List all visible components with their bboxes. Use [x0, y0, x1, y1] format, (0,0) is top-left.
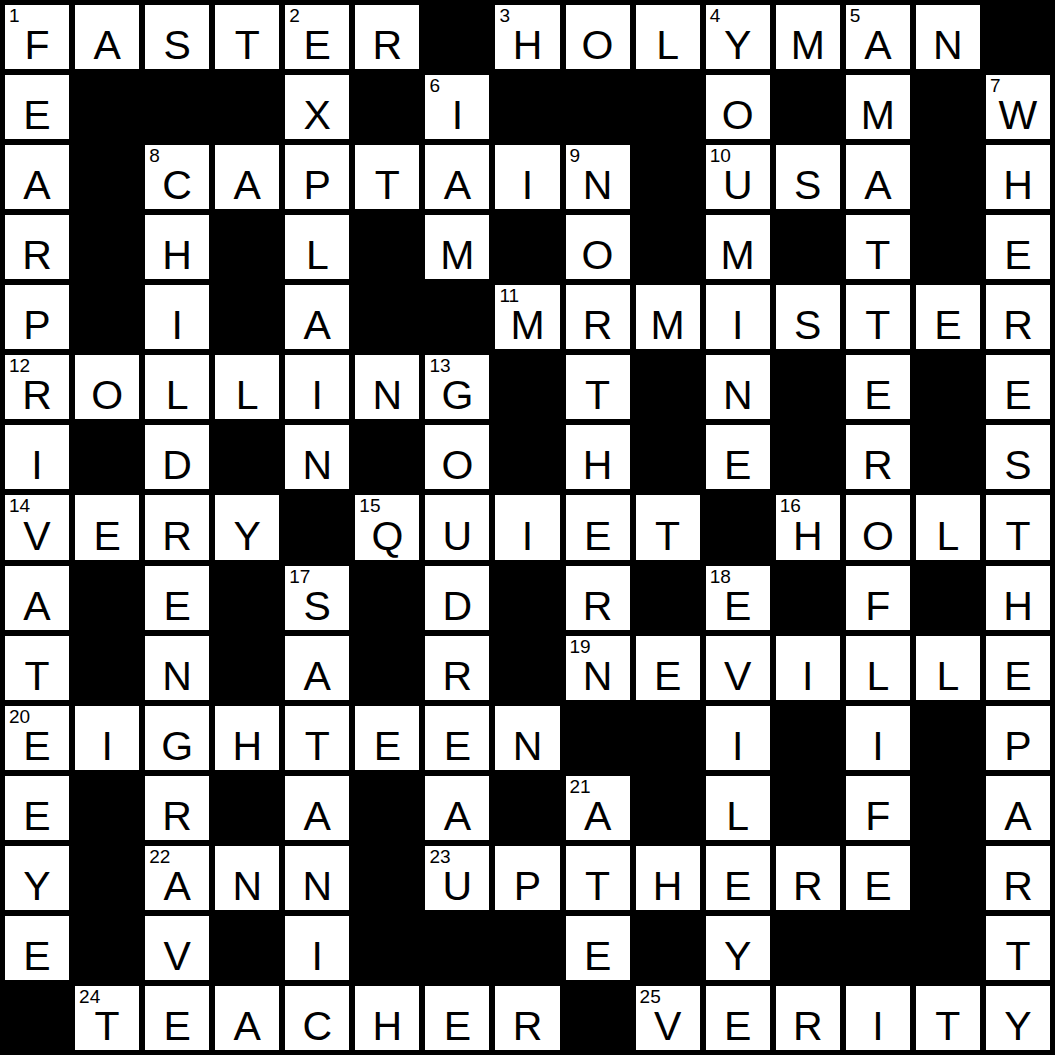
cell-letter: M	[706, 235, 770, 276]
cell-letter: A	[145, 866, 209, 907]
cell-r2c15[interactable]: 7W	[983, 72, 1053, 142]
cell-r10c5[interactable]: A	[282, 633, 352, 703]
cell-r1c4[interactable]: T	[212, 2, 282, 72]
cell-letter: E	[986, 235, 1050, 276]
cell-r6c4[interactable]: L	[212, 352, 282, 422]
cell-letter: R	[145, 516, 209, 557]
cell-r15c12[interactable]: R	[773, 983, 843, 1053]
cell-r12c8	[492, 773, 562, 843]
cell-r11c7[interactable]: E	[422, 703, 492, 773]
cell-r12c2	[72, 773, 142, 843]
cell-r1c3[interactable]: S	[142, 2, 212, 72]
cell-r12c13[interactable]: F	[843, 773, 913, 843]
cell-letter: I	[285, 375, 349, 416]
cell-r6c9[interactable]: T	[563, 352, 633, 422]
cell-r11c15[interactable]: P	[983, 703, 1053, 773]
cell-r9c11[interactable]: 18E	[703, 563, 773, 633]
cell-r3c2	[72, 142, 142, 212]
cell-r5c6	[352, 282, 422, 352]
cell-r15c6[interactable]: H	[352, 983, 422, 1053]
cell-letter: D	[425, 586, 489, 627]
clue-number: 3	[499, 6, 510, 27]
cell-letter: A	[846, 165, 910, 206]
cell-r8c2[interactable]: E	[72, 492, 142, 562]
cell-letter: S	[986, 445, 1050, 486]
cell-letter: A	[5, 586, 69, 627]
clue-number: 6	[429, 76, 440, 97]
cell-r10c9[interactable]: 19N	[563, 633, 633, 703]
cell-letter: H	[355, 1006, 419, 1047]
cell-r4c13[interactable]: T	[843, 212, 913, 282]
cell-r13c11[interactable]: E	[703, 843, 773, 913]
cell-letter: M	[495, 305, 559, 346]
cell-letter: N	[495, 726, 559, 767]
cell-letter: H	[776, 516, 840, 557]
cell-r8c1[interactable]: 14V	[2, 492, 72, 562]
cell-r15c5[interactable]: C	[282, 983, 352, 1053]
cell-r4c3[interactable]: H	[142, 212, 212, 282]
cell-letter: R	[566, 305, 630, 346]
cell-r9c13[interactable]: F	[843, 563, 913, 633]
cell-letter: U	[425, 516, 489, 557]
cell-letter: R	[5, 375, 69, 416]
cell-r6c6[interactable]: N	[352, 352, 422, 422]
cell-letter: N	[916, 25, 980, 66]
cell-r14c3[interactable]: V	[142, 913, 212, 983]
cell-r12c3[interactable]: R	[142, 773, 212, 843]
cell-r13c3[interactable]: 22A	[142, 843, 212, 913]
cell-r5c13[interactable]: T	[843, 282, 913, 352]
cell-letter: H	[566, 445, 630, 486]
cell-r7c8	[492, 422, 562, 492]
cell-r4c15[interactable]: E	[983, 212, 1053, 282]
cell-r5c9[interactable]: R	[563, 282, 633, 352]
cell-letter: I	[846, 1006, 910, 1047]
cell-r8c5	[282, 492, 352, 562]
cell-r14c11[interactable]: Y	[703, 913, 773, 983]
cell-r9c15[interactable]: H	[983, 563, 1053, 633]
cell-r1c8[interactable]: 3H	[492, 2, 562, 72]
cell-r8c9[interactable]: E	[563, 492, 633, 562]
cell-r15c2[interactable]: 24T	[72, 983, 142, 1053]
cell-r3c7[interactable]: A	[422, 142, 492, 212]
cell-r10c8	[492, 633, 562, 703]
cell-r7c10	[633, 422, 703, 492]
cell-r7c4	[212, 422, 282, 492]
cell-r6c8	[492, 352, 562, 422]
cell-r1c10[interactable]: L	[633, 2, 703, 72]
cell-letter: T	[846, 235, 910, 276]
cell-r5c1[interactable]: P	[2, 282, 72, 352]
cell-r14c1[interactable]: E	[2, 913, 72, 983]
cell-letter: N	[145, 656, 209, 697]
cell-r10c7[interactable]: R	[422, 633, 492, 703]
cell-r8c6[interactable]: 15Q	[352, 492, 422, 562]
cell-letter: I	[495, 516, 559, 557]
cell-r14c14	[913, 913, 983, 983]
cell-r3c9[interactable]: 9N	[563, 142, 633, 212]
cell-r4c5[interactable]: L	[282, 212, 352, 282]
cell-r9c7[interactable]: D	[422, 563, 492, 633]
cell-r7c7[interactable]: O	[422, 422, 492, 492]
cell-letter: E	[846, 866, 910, 907]
cell-r1c5[interactable]: 2E	[282, 2, 352, 72]
cell-letter: W	[986, 95, 1050, 136]
cell-r3c11[interactable]: 10U	[703, 142, 773, 212]
cell-r6c2[interactable]: O	[72, 352, 142, 422]
cell-r9c5[interactable]: 17S	[282, 563, 352, 633]
cell-r10c15[interactable]: E	[983, 633, 1053, 703]
cell-letter: E	[145, 1006, 209, 1047]
cell-r5c14[interactable]: E	[913, 282, 983, 352]
cell-r3c6[interactable]: T	[352, 142, 422, 212]
cell-r7c13[interactable]: R	[843, 422, 913, 492]
cell-r5c12[interactable]: S	[773, 282, 843, 352]
cell-r6c7[interactable]: 13G	[422, 352, 492, 422]
cell-letter: N	[355, 375, 419, 416]
cell-letter: E	[5, 796, 69, 837]
cell-r2c6	[352, 72, 422, 142]
cell-r12c5[interactable]: A	[282, 773, 352, 843]
cell-letter: R	[5, 235, 69, 276]
cell-letter: I	[706, 305, 770, 346]
cell-letter: E	[355, 726, 419, 767]
clue-number: 5	[850, 6, 861, 27]
cell-r6c13[interactable]: E	[843, 352, 913, 422]
cell-r4c4	[212, 212, 282, 282]
cell-r13c12[interactable]: R	[773, 843, 843, 913]
cell-r1c13[interactable]: 5A	[843, 2, 913, 72]
cell-letter: N	[706, 375, 770, 416]
cell-r15c10[interactable]: 25V	[633, 983, 703, 1053]
cell-r1c11[interactable]: 4Y	[703, 2, 773, 72]
cell-letter: E	[706, 445, 770, 486]
cell-letter: H	[215, 726, 279, 767]
cell-r10c11[interactable]: V	[703, 633, 773, 703]
cell-r4c11[interactable]: M	[703, 212, 773, 282]
cell-r8c4[interactable]: Y	[212, 492, 282, 562]
cell-r3c4[interactable]: A	[212, 142, 282, 212]
cell-r2c7[interactable]: 6I	[422, 72, 492, 142]
cell-r8c11	[703, 492, 773, 562]
cell-r12c11[interactable]: L	[703, 773, 773, 843]
cell-letter: E	[846, 375, 910, 416]
cell-r4c1[interactable]: R	[2, 212, 72, 282]
cell-r1c9[interactable]: O	[563, 2, 633, 72]
cell-letter: A	[5, 165, 69, 206]
cell-r4c7[interactable]: M	[422, 212, 492, 282]
cell-r2c9	[563, 72, 633, 142]
cell-r7c9[interactable]: H	[563, 422, 633, 492]
cell-letter: M	[776, 25, 840, 66]
cell-r13c2	[72, 843, 142, 913]
cell-r13c4[interactable]: N	[212, 843, 282, 913]
cell-r12c1[interactable]: E	[2, 773, 72, 843]
cell-r10c3[interactable]: N	[142, 633, 212, 703]
cell-r13c13[interactable]: E	[843, 843, 913, 913]
cell-r2c11[interactable]: O	[703, 72, 773, 142]
cell-r12c10	[633, 773, 703, 843]
cell-letter: R	[495, 1006, 559, 1047]
cell-letter: E	[566, 516, 630, 557]
cell-r6c1[interactable]: 12R	[2, 352, 72, 422]
cell-letter: L	[215, 375, 279, 416]
cell-r14c10	[633, 913, 703, 983]
cell-r11c5[interactable]: T	[282, 703, 352, 773]
cell-letter: I	[145, 305, 209, 346]
cell-r4c9[interactable]: O	[563, 212, 633, 282]
cell-r8c7[interactable]: U	[422, 492, 492, 562]
cell-r2c14	[913, 72, 983, 142]
cell-r2c13[interactable]: M	[843, 72, 913, 142]
cell-r8c8[interactable]: I	[492, 492, 562, 562]
cell-r7c11[interactable]: E	[703, 422, 773, 492]
cell-r14c9[interactable]: E	[563, 913, 633, 983]
cell-letter: Y	[706, 25, 770, 66]
cell-r2c1[interactable]: E	[2, 72, 72, 142]
cell-letter: M	[846, 95, 910, 136]
cell-letter: E	[636, 656, 700, 697]
cell-r4c12	[773, 212, 843, 282]
cell-r14c4	[212, 913, 282, 983]
cell-r8c15[interactable]: T	[983, 492, 1053, 562]
cell-r10c6	[352, 633, 422, 703]
cell-r11c1[interactable]: 20E	[2, 703, 72, 773]
cell-letter: V	[145, 936, 209, 977]
cell-letter: P	[495, 866, 559, 907]
cell-r11c6[interactable]: E	[352, 703, 422, 773]
cell-r15c3[interactable]: E	[142, 983, 212, 1053]
cell-r6c15[interactable]: E	[983, 352, 1053, 422]
cell-r13c6	[352, 843, 422, 913]
cell-r3c15[interactable]: H	[983, 142, 1053, 212]
cell-letter: P	[285, 165, 349, 206]
cell-r11c4[interactable]: H	[212, 703, 282, 773]
cell-letter: T	[215, 25, 279, 66]
cell-r15c7[interactable]: E	[422, 983, 492, 1053]
cell-r15c8[interactable]: R	[492, 983, 562, 1053]
cell-r2c3	[142, 72, 212, 142]
cell-letter: R	[846, 445, 910, 486]
cell-letter: A	[566, 796, 630, 837]
cell-letter: R	[425, 656, 489, 697]
cell-r11c3[interactable]: G	[142, 703, 212, 773]
cell-r11c8[interactable]: N	[492, 703, 562, 773]
cell-r13c10[interactable]: H	[633, 843, 703, 913]
cell-letter: H	[145, 235, 209, 276]
cell-r13c7[interactable]: 23U	[422, 843, 492, 913]
cell-r7c14	[913, 422, 983, 492]
cell-r12c12	[773, 773, 843, 843]
cell-r11c11[interactable]: I	[703, 703, 773, 773]
cell-r14c12	[773, 913, 843, 983]
cell-letter: T	[355, 165, 419, 206]
cell-letter: I	[75, 726, 139, 767]
cell-letter: U	[706, 165, 770, 206]
clue-number: 9	[570, 146, 581, 167]
cell-letter: O	[706, 95, 770, 136]
cell-r13c14	[913, 843, 983, 913]
cell-r7c1[interactable]: I	[2, 422, 72, 492]
cell-r15c14[interactable]: T	[913, 983, 983, 1053]
cell-letter: L	[636, 25, 700, 66]
cell-letter: Y	[215, 516, 279, 557]
cell-letter: I	[285, 936, 349, 977]
cell-letter: A	[285, 656, 349, 697]
cell-r15c1	[2, 983, 72, 1053]
cell-r8c13[interactable]: O	[843, 492, 913, 562]
cell-r3c1[interactable]: A	[2, 142, 72, 212]
cell-r13c1[interactable]: Y	[2, 843, 72, 913]
cell-letter: L	[145, 375, 209, 416]
cell-r7c3[interactable]: D	[142, 422, 212, 492]
cell-r9c4	[212, 563, 282, 633]
cell-r14c5[interactable]: I	[282, 913, 352, 983]
cell-r12c6	[352, 773, 422, 843]
cell-r12c15[interactable]: A	[983, 773, 1053, 843]
cell-r11c2[interactable]: I	[72, 703, 142, 773]
cell-r3c13[interactable]: A	[843, 142, 913, 212]
cell-r15c4[interactable]: A	[212, 983, 282, 1053]
clue-number: 8	[149, 146, 160, 167]
cell-r4c2	[72, 212, 142, 282]
cell-r15c13[interactable]: I	[843, 983, 913, 1053]
cell-r5c2	[72, 282, 142, 352]
cell-letter: T	[846, 305, 910, 346]
cell-r5c10[interactable]: M	[633, 282, 703, 352]
cell-letter: V	[5, 516, 69, 557]
cell-letter: T	[566, 866, 630, 907]
cell-r9c9[interactable]: R	[563, 563, 633, 633]
cell-r1c2[interactable]: A	[72, 2, 142, 72]
cell-r9c3[interactable]: E	[142, 563, 212, 633]
cell-r3c8[interactable]: I	[492, 142, 562, 212]
cell-letter: R	[355, 25, 419, 66]
cell-r10c12[interactable]: I	[773, 633, 843, 703]
cell-r5c11[interactable]: I	[703, 282, 773, 352]
cell-r1c7	[422, 2, 492, 72]
cell-r11c13[interactable]: I	[843, 703, 913, 773]
cell-r14c7	[422, 913, 492, 983]
cell-r11c14	[913, 703, 983, 773]
cell-r9c6	[352, 563, 422, 633]
cell-r4c14	[913, 212, 983, 282]
cell-r7c6	[352, 422, 422, 492]
cell-r10c13[interactable]: L	[843, 633, 913, 703]
cell-letter: T	[916, 1006, 980, 1047]
cell-r2c2	[72, 72, 142, 142]
cell-r13c9[interactable]: T	[563, 843, 633, 913]
cell-r6c14	[913, 352, 983, 422]
cell-letter: P	[5, 305, 69, 346]
cell-r8c10[interactable]: T	[633, 492, 703, 562]
cell-letter: F	[846, 586, 910, 627]
cell-r12c4	[212, 773, 282, 843]
cell-r9c1[interactable]: A	[2, 563, 72, 633]
cell-r3c5[interactable]: P	[282, 142, 352, 212]
cell-letter: E	[5, 936, 69, 977]
cell-letter: A	[285, 796, 349, 837]
cell-letter: D	[145, 445, 209, 486]
cell-r8c3[interactable]: R	[142, 492, 212, 562]
cell-r3c3[interactable]: 8C	[142, 142, 212, 212]
cell-letter: T	[75, 1006, 139, 1047]
cell-letter: E	[285, 25, 349, 66]
cell-letter: T	[636, 516, 700, 557]
cell-r15c11[interactable]: E	[703, 983, 773, 1053]
cell-r7c5[interactable]: N	[282, 422, 352, 492]
cell-letter: E	[986, 656, 1050, 697]
cell-r13c15[interactable]: R	[983, 843, 1053, 913]
cell-r3c12[interactable]: S	[773, 142, 843, 212]
cell-letter: N	[566, 656, 630, 697]
cell-r8c12[interactable]: 16H	[773, 492, 843, 562]
cell-r7c12	[773, 422, 843, 492]
cell-r2c5[interactable]: X	[282, 72, 352, 142]
cell-r5c15[interactable]: R	[983, 282, 1053, 352]
cell-r1c15	[983, 2, 1053, 72]
cell-r6c5[interactable]: I	[282, 352, 352, 422]
cell-letter: F	[5, 25, 69, 66]
cell-r10c14[interactable]: L	[913, 633, 983, 703]
cell-letter: H	[495, 25, 559, 66]
cell-r9c14	[913, 563, 983, 633]
cell-r1c1[interactable]: 1F	[2, 2, 72, 72]
cell-r15c9	[563, 983, 633, 1053]
cell-r8c14[interactable]: L	[913, 492, 983, 562]
cell-r5c3[interactable]: I	[142, 282, 212, 352]
cell-letter: I	[495, 165, 559, 206]
cell-r13c5[interactable]: N	[282, 843, 352, 913]
cell-letter: E	[145, 586, 209, 627]
cell-r2c12	[773, 72, 843, 142]
cell-r6c11[interactable]: N	[703, 352, 773, 422]
cell-r13c8[interactable]: P	[492, 843, 562, 913]
cell-letter: E	[706, 866, 770, 907]
cell-r1c12[interactable]: M	[773, 2, 843, 72]
clue-number: 2	[289, 6, 300, 27]
cell-letter: I	[776, 656, 840, 697]
cell-r6c12	[773, 352, 843, 422]
cell-letter: R	[986, 866, 1050, 907]
cell-r2c8	[492, 72, 562, 142]
cell-letter: O	[566, 235, 630, 276]
cell-r6c3[interactable]: L	[142, 352, 212, 422]
cell-r5c5[interactable]: A	[282, 282, 352, 352]
cell-letter: H	[636, 866, 700, 907]
cell-letter: L	[916, 656, 980, 697]
cell-letter: O	[846, 516, 910, 557]
cell-r1c6[interactable]: R	[352, 2, 422, 72]
cell-letter: E	[706, 586, 770, 627]
cell-letter: E	[986, 375, 1050, 416]
cell-r12c7[interactable]: A	[422, 773, 492, 843]
cell-r11c9	[563, 703, 633, 773]
cell-r7c15[interactable]: S	[983, 422, 1053, 492]
cell-letter: H	[986, 586, 1050, 627]
cell-letter: E	[75, 516, 139, 557]
cell-r12c9[interactable]: 21A	[563, 773, 633, 843]
cell-r1c14[interactable]: N	[913, 2, 983, 72]
cell-r14c13	[843, 913, 913, 983]
cell-r5c8[interactable]: 11M	[492, 282, 562, 352]
cell-r10c1[interactable]: T	[2, 633, 72, 703]
cell-r14c15[interactable]: T	[983, 913, 1053, 983]
cell-r9c2	[72, 563, 142, 633]
cell-r4c8	[492, 212, 562, 282]
cell-r10c10[interactable]: E	[633, 633, 703, 703]
cell-r15c15[interactable]: Y	[983, 983, 1053, 1053]
